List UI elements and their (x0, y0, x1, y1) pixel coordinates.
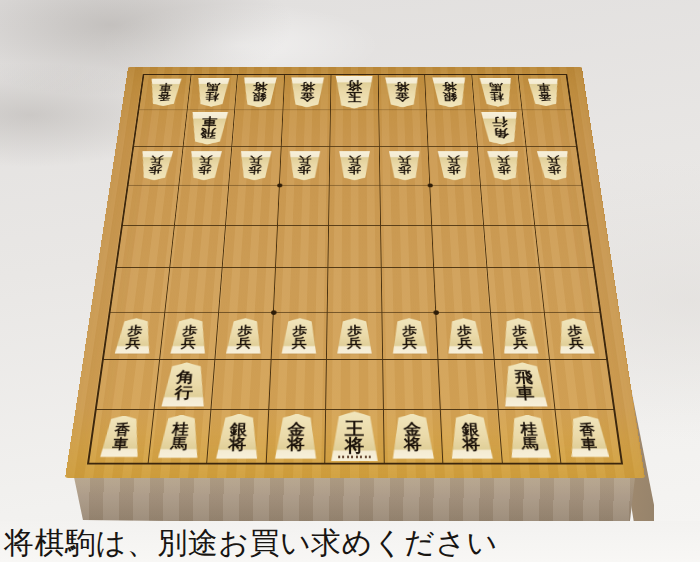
square-25 (484, 226, 540, 268)
square-61: 金将 (283, 75, 332, 110)
square-81: 桂馬 (187, 75, 238, 110)
square-37: 歩兵 (437, 313, 495, 360)
square-11: 香車 (519, 75, 571, 110)
square-67: 歩兵 (271, 313, 328, 360)
square-24 (481, 185, 536, 225)
square-59: 王将 (325, 410, 384, 463)
square-68 (269, 360, 327, 410)
square-76 (219, 268, 275, 313)
piece-gote-knight[interactable]: 桂馬 (478, 78, 516, 107)
square-32 (427, 110, 478, 147)
piece-gote-gold[interactable]: 金将 (288, 77, 326, 107)
square-35 (432, 226, 487, 268)
piece-sente-lance[interactable]: 香車 (565, 415, 611, 457)
square-84 (174, 185, 229, 225)
square-72 (232, 110, 283, 147)
piece-sente-gold[interactable]: 金将 (390, 414, 436, 459)
square-77: 歩兵 (215, 313, 273, 360)
piece-gote-pawn[interactable]: 歩兵 (387, 151, 422, 180)
square-99: 香車 (89, 410, 154, 463)
piece-sente-knight[interactable]: 桂馬 (156, 415, 203, 458)
square-95 (117, 226, 175, 268)
square-15 (536, 226, 594, 268)
square-19: 香車 (556, 410, 621, 463)
square-98 (97, 360, 160, 410)
piece-sente-pawn[interactable]: 歩兵 (224, 318, 264, 354)
piece-gote-lance[interactable]: 香車 (526, 79, 563, 107)
square-27: 歩兵 (491, 313, 551, 360)
piece-sente-pawn[interactable]: 歩兵 (390, 318, 429, 354)
square-79: 銀将 (207, 410, 269, 463)
square-47: 歩兵 (382, 313, 439, 360)
square-65 (276, 226, 330, 268)
square-41: 金将 (378, 75, 427, 110)
piece-gote-silver[interactable]: 銀将 (430, 77, 468, 107)
square-86 (165, 268, 223, 313)
maker-signature-mark (339, 455, 371, 458)
square-97: 歩兵 (104, 313, 165, 360)
square-64 (278, 185, 330, 225)
piece-sente-silver[interactable]: 銀将 (214, 414, 262, 459)
square-28: 飛車 (495, 360, 556, 410)
piece-gote-pawn[interactable]: 歩兵 (535, 151, 573, 180)
square-31: 銀将 (425, 75, 475, 110)
piece-sente-pawn[interactable]: 歩兵 (554, 318, 596, 354)
shogi-board: 香車桂馬銀将金将玉将金将銀将桂馬香車飛車角行歩兵歩兵歩兵歩兵歩兵歩兵歩兵歩兵歩兵… (65, 67, 645, 478)
piece-gote-gold[interactable]: 金将 (383, 77, 421, 107)
piece-gote-pawn[interactable]: 歩兵 (237, 151, 273, 180)
square-78 (211, 360, 271, 410)
square-21: 桂馬 (472, 75, 523, 110)
piece-sente-pawn[interactable]: 歩兵 (445, 318, 485, 354)
square-62 (281, 110, 331, 147)
square-54 (329, 185, 381, 225)
piece-sente-lance[interactable]: 香車 (98, 415, 144, 457)
square-88: 角行 (154, 360, 215, 410)
square-69: 金将 (266, 410, 326, 463)
piece-gote-pawn[interactable]: 歩兵 (187, 151, 224, 180)
square-46 (381, 268, 436, 313)
piece-sente-knight[interactable]: 桂馬 (506, 415, 553, 458)
piece-sente-pawn[interactable]: 歩兵 (113, 318, 155, 354)
caption-text: 将棋駒は、別途お買い求めください (4, 523, 498, 562)
piece-gote-knight[interactable]: 桂馬 (193, 78, 231, 107)
square-22: 角行 (475, 110, 527, 147)
star-point (428, 183, 433, 187)
square-63: 歩兵 (280, 147, 331, 185)
square-16 (540, 268, 599, 313)
piece-sente-rook[interactable]: 飛車 (499, 362, 550, 406)
square-92 (134, 110, 187, 147)
square-56 (328, 268, 382, 313)
piece-sente-pawn[interactable]: 歩兵 (335, 318, 373, 354)
square-85 (170, 226, 226, 268)
square-43: 歩兵 (380, 147, 431, 185)
square-58 (326, 360, 383, 410)
piece-gote-silver[interactable]: 銀将 (240, 77, 278, 107)
piece-gote-pawn[interactable]: 歩兵 (337, 151, 372, 180)
piece-gote-pawn[interactable]: 歩兵 (485, 151, 522, 180)
square-74 (226, 185, 279, 225)
piece-sente-gold[interactable]: 金将 (273, 414, 319, 459)
square-66 (273, 268, 328, 313)
piece-gote-pawn[interactable]: 歩兵 (287, 151, 322, 180)
square-26 (487, 268, 545, 313)
square-39: 銀将 (441, 410, 503, 463)
square-75 (223, 226, 278, 268)
square-29: 桂馬 (499, 410, 562, 463)
board-front-face (74, 477, 635, 526)
square-82: 飛車 (183, 110, 235, 147)
square-83: 歩兵 (179, 147, 232, 185)
piece-gote-king[interactable]: 玉将 (334, 76, 376, 109)
square-87: 歩兵 (160, 313, 220, 360)
square-13: 歩兵 (527, 147, 582, 185)
piece-gote-rook[interactable]: 飛車 (187, 112, 230, 144)
square-34 (430, 185, 483, 225)
square-18 (550, 360, 613, 410)
square-38 (439, 360, 499, 410)
square-73: 歩兵 (229, 147, 281, 185)
square-17: 歩兵 (545, 313, 606, 360)
square-55 (329, 226, 382, 268)
square-14 (531, 185, 587, 225)
square-93: 歩兵 (129, 147, 184, 185)
board-grid: 香車桂馬銀将金将玉将金将銀将桂馬香車飛車角行歩兵歩兵歩兵歩兵歩兵歩兵歩兵歩兵歩兵… (87, 74, 623, 464)
square-12 (523, 110, 576, 147)
piece-sente-silver[interactable]: 銀将 (447, 414, 495, 459)
square-89: 桂馬 (148, 410, 211, 463)
piece-gote-bishop[interactable]: 角行 (479, 112, 522, 144)
square-96 (110, 268, 169, 313)
piece-sente-pawn[interactable]: 歩兵 (499, 318, 540, 354)
piece-gote-pawn[interactable]: 歩兵 (137, 151, 175, 180)
square-44 (380, 185, 432, 225)
square-91: 香車 (139, 75, 191, 110)
square-94 (123, 185, 179, 225)
piece-gote-pawn[interactable]: 歩兵 (436, 151, 472, 180)
square-57: 歩兵 (327, 313, 383, 360)
square-45 (381, 226, 435, 268)
square-33: 歩兵 (429, 147, 481, 185)
piece-sente-king[interactable]: 王将 (329, 412, 381, 461)
piece-sente-bishop[interactable]: 角行 (159, 362, 210, 406)
square-51: 玉将 (331, 75, 379, 110)
square-53: 歩兵 (330, 147, 380, 185)
square-23: 歩兵 (478, 147, 531, 185)
square-48 (383, 360, 441, 410)
piece-gote-lance[interactable]: 香車 (146, 79, 183, 107)
square-36 (434, 268, 490, 313)
square-71: 銀将 (235, 75, 285, 110)
star-point (277, 183, 282, 187)
square-42 (379, 110, 429, 147)
piece-sente-pawn[interactable]: 歩兵 (168, 318, 209, 354)
square-52 (330, 110, 379, 147)
piece-sente-pawn[interactable]: 歩兵 (280, 318, 319, 354)
square-49: 金将 (384, 410, 444, 463)
